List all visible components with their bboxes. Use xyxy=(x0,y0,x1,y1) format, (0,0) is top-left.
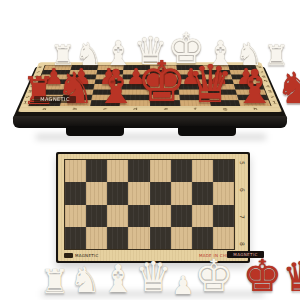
white-rook-piece: ♜ xyxy=(40,265,70,298)
red-queen-piece: ♛ xyxy=(187,58,234,110)
board-square xyxy=(86,160,107,182)
board-square xyxy=(213,205,234,227)
brand-label: MAGNETIC xyxy=(34,96,76,103)
white-queen-piece: ♛ xyxy=(135,257,172,298)
red-queen-piece: ♛ xyxy=(282,257,300,298)
board-square xyxy=(150,182,171,204)
board-square xyxy=(107,182,128,204)
board-square xyxy=(107,205,128,227)
board-square xyxy=(86,205,107,227)
board-square xyxy=(192,205,213,227)
board-square xyxy=(128,205,149,227)
white-knight-piece: ♞ xyxy=(70,263,101,298)
white-pawn-piece: ♟ xyxy=(172,273,194,298)
red-king-piece: ♚ xyxy=(137,54,187,110)
red-knight-piece: ♞ xyxy=(276,67,300,110)
board-square xyxy=(65,182,86,204)
red-bishop-piece: ♝ xyxy=(95,63,137,110)
board-foot-left xyxy=(66,126,124,136)
product-photo: abcdefgh 87654321 87654321 ♜♞♝♛♚♝♞♜ ♟♟♟♟… xyxy=(0,0,300,300)
board-square xyxy=(192,182,213,204)
board-foot-right xyxy=(178,126,236,136)
red-rook-piece: ♜ xyxy=(22,72,56,110)
board-square xyxy=(192,160,213,182)
board-square xyxy=(171,160,192,182)
board-square xyxy=(150,160,171,182)
white-king-piece: ♚ xyxy=(194,254,233,298)
board-front-edge xyxy=(13,116,287,128)
board-square xyxy=(150,205,171,227)
board-square xyxy=(213,182,234,204)
board-square xyxy=(65,160,86,182)
red-bishop-piece: ♝ xyxy=(234,63,276,110)
edge-rank-label: 6 xyxy=(238,188,244,192)
board-square xyxy=(128,182,149,204)
board-square xyxy=(107,160,128,182)
board-square xyxy=(128,160,149,182)
board-square xyxy=(213,160,234,182)
board-square xyxy=(65,205,86,227)
board-square xyxy=(86,182,107,204)
board-square xyxy=(171,182,192,204)
edge-rank-label: 5 xyxy=(238,161,244,165)
red-knight-piece: ♞ xyxy=(56,67,95,110)
board-square xyxy=(171,205,192,227)
open-board-scene: abcdefgh 87654321 87654321 ♜♞♝♛♚♝♞♜ ♟♟♟♟… xyxy=(0,0,300,150)
loose-pieces-row: ♜♞♝♛♟♚♚♛♟♞♜ xyxy=(40,234,266,298)
red-king-piece: ♚ xyxy=(243,254,282,298)
edge-rank-label: 7 xyxy=(238,215,244,219)
white-bishop-piece: ♝ xyxy=(101,260,135,298)
